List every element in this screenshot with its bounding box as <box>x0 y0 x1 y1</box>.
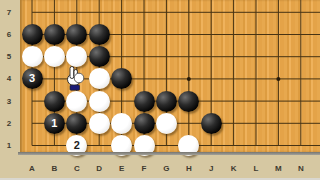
white-stone-B5 <box>44 46 65 67</box>
black-stone-D6 <box>89 24 110 45</box>
black-stone-F3 <box>134 91 155 112</box>
board-bottom-shadow <box>18 152 320 155</box>
black-stone-B6 <box>44 24 65 45</box>
col-label-B: B <box>48 164 60 173</box>
go-app-window: 312 ABCDEFGHJKLMN 7654321 <box>0 0 320 180</box>
black-stone-G3 <box>156 91 177 112</box>
window-bottom-edge <box>0 178 320 180</box>
col-label-G: G <box>160 164 172 173</box>
row-label-6: 6 <box>2 30 16 39</box>
row-label-4: 4 <box>2 74 16 83</box>
black-stone-F2 <box>134 113 155 134</box>
col-label-L: L <box>250 164 262 173</box>
row-label-7: 7 <box>2 8 16 17</box>
hand-cursor-holding-white-stone-icon <box>64 65 86 91</box>
col-label-M: M <box>272 164 284 173</box>
col-label-K: K <box>228 164 240 173</box>
white-stone-C3 <box>66 91 87 112</box>
black-stone-A4: 3 <box>22 68 43 89</box>
col-label-F: F <box>138 164 150 173</box>
black-stone-B2: 1 <box>44 113 65 134</box>
col-label-C: C <box>71 164 83 173</box>
col-label-N: N <box>295 164 307 173</box>
cursor-cuff <box>70 85 80 90</box>
col-label-H: H <box>183 164 195 173</box>
white-stone-D2 <box>89 113 110 134</box>
white-stone-A5 <box>22 46 43 67</box>
black-stone-J2 <box>201 113 222 134</box>
white-stone-D3 <box>89 91 110 112</box>
black-stone-A6 <box>22 24 43 45</box>
col-label-D: D <box>93 164 105 173</box>
row-label-2: 2 <box>2 119 16 128</box>
row-label-1: 1 <box>2 141 16 150</box>
row-label-5: 5 <box>2 52 16 61</box>
col-label-E: E <box>116 164 128 173</box>
col-label-J: J <box>205 164 217 173</box>
star-point-H4 <box>187 77 191 81</box>
white-stone-D4 <box>89 68 110 89</box>
star-point-M4 <box>276 77 280 81</box>
black-stone-C2 <box>66 113 87 134</box>
black-stone-H3 <box>178 91 199 112</box>
row-label-3: 3 <box>2 97 16 106</box>
held-white-stone-icon <box>74 73 84 83</box>
white-stone-E2 <box>111 113 132 134</box>
go-board[interactable]: 312 <box>20 0 320 152</box>
black-stone-B3 <box>44 91 65 112</box>
white-stone-G2 <box>156 113 177 134</box>
col-label-A: A <box>26 164 38 173</box>
black-stone-D5 <box>89 46 110 67</box>
